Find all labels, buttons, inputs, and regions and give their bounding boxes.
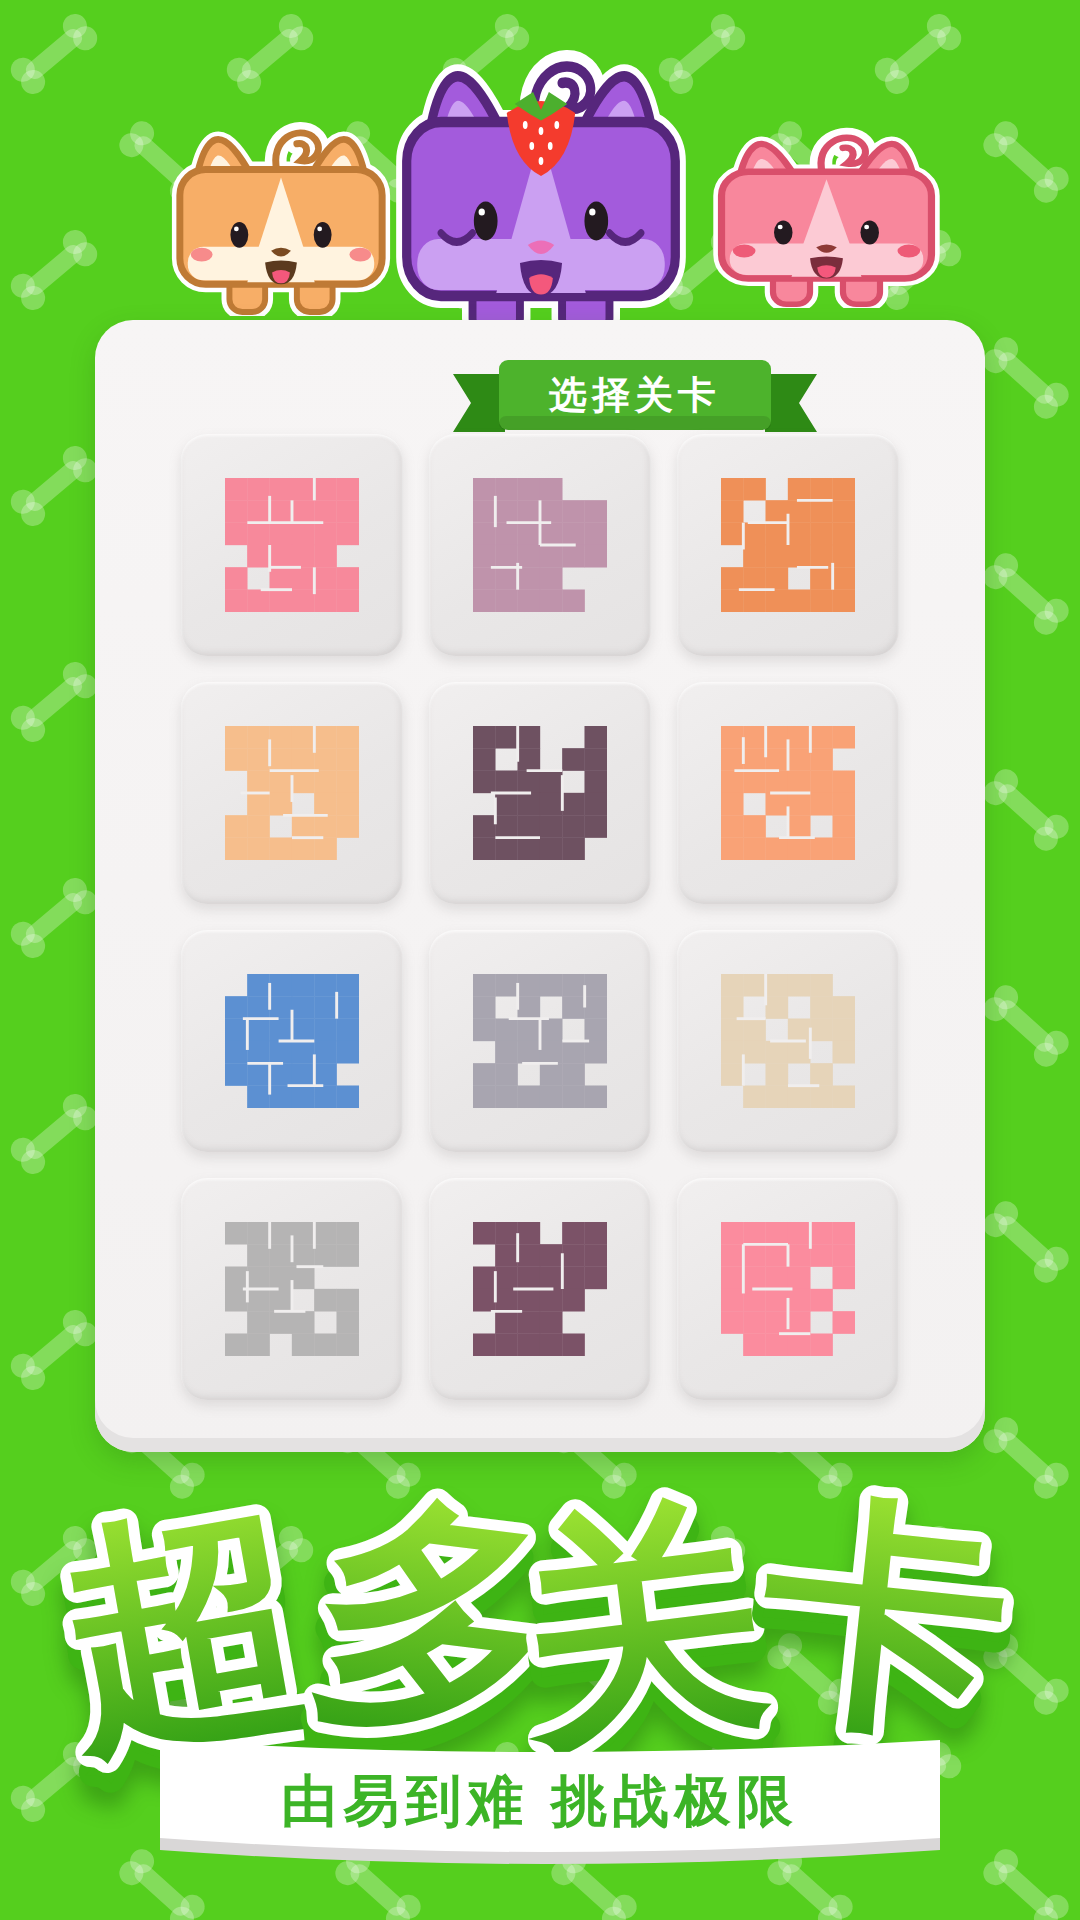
- level-grid: [181, 434, 899, 1400]
- orange-cat-mascot: [162, 118, 400, 316]
- level-tile-5[interactable]: [429, 682, 651, 904]
- level-tile-1[interactable]: [181, 434, 403, 656]
- level-tile-4[interactable]: [181, 682, 403, 904]
- level-select-ribbon: 选择关卡: [445, 354, 825, 446]
- purple-cat-mascot: [383, 44, 699, 344]
- level-tile-12[interactable]: [677, 1178, 899, 1400]
- level-tile-11[interactable]: [429, 1178, 651, 1400]
- maze-preview-12: [721, 1222, 855, 1356]
- level-tile-10[interactable]: [181, 1178, 403, 1400]
- ribbon-title: 选择关卡: [548, 374, 721, 416]
- maze-preview-8: [473, 974, 607, 1108]
- maze-preview-10: [225, 1222, 359, 1356]
- maze-preview-7: [225, 974, 359, 1108]
- maze-preview-9: [721, 974, 855, 1108]
- level-tile-9[interactable]: [677, 930, 899, 1152]
- ribbon-tail-left: [453, 374, 505, 432]
- ribbon-tail-right: [765, 374, 817, 432]
- maze-preview-4: [225, 726, 359, 860]
- maze-preview-3: [721, 478, 855, 612]
- maze-preview-11: [473, 1222, 607, 1356]
- footer-ribbon-text: 由易到难 挑战极限: [281, 1769, 799, 1832]
- level-tile-2[interactable]: [429, 434, 651, 656]
- level-select-panel: 选择关卡: [95, 320, 985, 1452]
- level-tile-7[interactable]: [181, 930, 403, 1152]
- level-tile-3[interactable]: [677, 434, 899, 656]
- footer-ribbon: 由易到难 挑战极限: [0, 1700, 1080, 1910]
- level-tile-8[interactable]: [429, 930, 651, 1152]
- level-tile-6[interactable]: [677, 682, 899, 904]
- maze-preview-6: [721, 726, 855, 860]
- maze-preview-2: [473, 478, 607, 612]
- pink-cat-mascot: [703, 124, 950, 308]
- maze-preview-5: [473, 726, 607, 860]
- maze-preview-1: [225, 478, 359, 612]
